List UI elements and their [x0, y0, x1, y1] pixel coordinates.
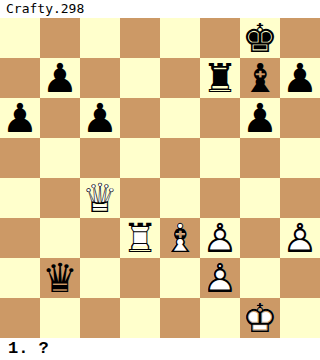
- square-c2[interactable]: [80, 258, 120, 298]
- square-e1[interactable]: [160, 298, 200, 338]
- white-rook[interactable]: ♜♖: [120, 218, 160, 258]
- black-queen[interactable]: ♛: [40, 258, 80, 298]
- square-a7[interactable]: [0, 58, 40, 98]
- square-h5[interactable]: [280, 138, 320, 178]
- white-queen[interactable]: ♛♕: [80, 178, 120, 218]
- white-pawn-outline-icon: ♙: [280, 218, 320, 258]
- square-f6[interactable]: [200, 98, 240, 138]
- square-g4[interactable]: [240, 178, 280, 218]
- square-d3[interactable]: ♜♖: [120, 218, 160, 258]
- square-g3[interactable]: [240, 218, 280, 258]
- square-b5[interactable]: [40, 138, 80, 178]
- square-h6[interactable]: [280, 98, 320, 138]
- square-d4[interactable]: [120, 178, 160, 218]
- square-b3[interactable]: [40, 218, 80, 258]
- square-d1[interactable]: [120, 298, 160, 338]
- square-h8[interactable]: [280, 18, 320, 58]
- square-f5[interactable]: [200, 138, 240, 178]
- square-e7[interactable]: [160, 58, 200, 98]
- square-f8[interactable]: [200, 18, 240, 58]
- square-g2[interactable]: [240, 258, 280, 298]
- black-pawn[interactable]: ♟: [240, 98, 280, 138]
- square-a5[interactable]: [0, 138, 40, 178]
- square-f3[interactable]: ♟♙: [200, 218, 240, 258]
- square-c5[interactable]: [80, 138, 120, 178]
- square-a6[interactable]: ♟: [0, 98, 40, 138]
- square-a2[interactable]: [0, 258, 40, 298]
- black-pawn[interactable]: ♟: [280, 58, 320, 98]
- square-g8[interactable]: ♚: [240, 18, 280, 58]
- white-king[interactable]: ♚♔: [240, 298, 280, 338]
- square-b8[interactable]: [40, 18, 80, 58]
- square-g1[interactable]: ♚♔: [240, 298, 280, 338]
- square-e6[interactable]: [160, 98, 200, 138]
- square-d2[interactable]: [120, 258, 160, 298]
- square-h4[interactable]: [280, 178, 320, 218]
- square-e4[interactable]: [160, 178, 200, 218]
- square-c4[interactable]: ♛♕: [80, 178, 120, 218]
- square-c3[interactable]: [80, 218, 120, 258]
- square-h1[interactable]: [280, 298, 320, 338]
- square-c7[interactable]: [80, 58, 120, 98]
- square-f2[interactable]: ♟♙: [200, 258, 240, 298]
- square-h3[interactable]: ♟♙: [280, 218, 320, 258]
- square-c1[interactable]: [80, 298, 120, 338]
- square-b6[interactable]: [40, 98, 80, 138]
- white-bishop-outline-icon: ♗: [160, 218, 200, 258]
- white-queen-outline-icon: ♕: [80, 178, 120, 218]
- square-d5[interactable]: [120, 138, 160, 178]
- square-g7[interactable]: ♝: [240, 58, 280, 98]
- chess-board: ♚♟♜♝♟♟♟♟♛♕♜♖♝♗♟♙♟♙♛♟♙♚♔: [0, 18, 320, 338]
- square-b2[interactable]: ♛: [40, 258, 80, 298]
- white-pawn[interactable]: ♟♙: [280, 218, 320, 258]
- square-b1[interactable]: [40, 298, 80, 338]
- square-f4[interactable]: [200, 178, 240, 218]
- white-pawn[interactable]: ♟♙: [200, 218, 240, 258]
- square-h2[interactable]: [280, 258, 320, 298]
- black-pawn[interactable]: ♟: [0, 98, 40, 138]
- black-pawn[interactable]: ♟: [40, 58, 80, 98]
- square-e5[interactable]: [160, 138, 200, 178]
- white-king-outline-icon: ♔: [240, 298, 280, 338]
- square-a3[interactable]: [0, 218, 40, 258]
- square-d7[interactable]: [120, 58, 160, 98]
- square-a8[interactable]: [0, 18, 40, 58]
- black-king[interactable]: ♚: [240, 18, 280, 58]
- square-e8[interactable]: [160, 18, 200, 58]
- square-c6[interactable]: ♟: [80, 98, 120, 138]
- square-a4[interactable]: [0, 178, 40, 218]
- square-g6[interactable]: ♟: [240, 98, 280, 138]
- square-e2[interactable]: [160, 258, 200, 298]
- square-c8[interactable]: [80, 18, 120, 58]
- square-f1[interactable]: [200, 298, 240, 338]
- white-rook-outline-icon: ♖: [120, 218, 160, 258]
- black-pawn[interactable]: ♟: [80, 98, 120, 138]
- square-f7[interactable]: ♜: [200, 58, 240, 98]
- white-pawn[interactable]: ♟♙: [200, 258, 240, 298]
- square-d6[interactable]: [120, 98, 160, 138]
- square-b4[interactable]: [40, 178, 80, 218]
- square-b7[interactable]: ♟: [40, 58, 80, 98]
- black-rook[interactable]: ♜: [200, 58, 240, 98]
- square-d8[interactable]: [120, 18, 160, 58]
- white-pawn-outline-icon: ♙: [200, 218, 240, 258]
- move-prompt: 1. ?: [0, 338, 320, 360]
- square-g5[interactable]: [240, 138, 280, 178]
- white-pawn-outline-icon: ♙: [200, 258, 240, 298]
- white-bishop[interactable]: ♝♗: [160, 218, 200, 258]
- square-h7[interactable]: ♟: [280, 58, 320, 98]
- square-a1[interactable]: [0, 298, 40, 338]
- square-e3[interactable]: ♝♗: [160, 218, 200, 258]
- black-bishop[interactable]: ♝: [240, 58, 280, 98]
